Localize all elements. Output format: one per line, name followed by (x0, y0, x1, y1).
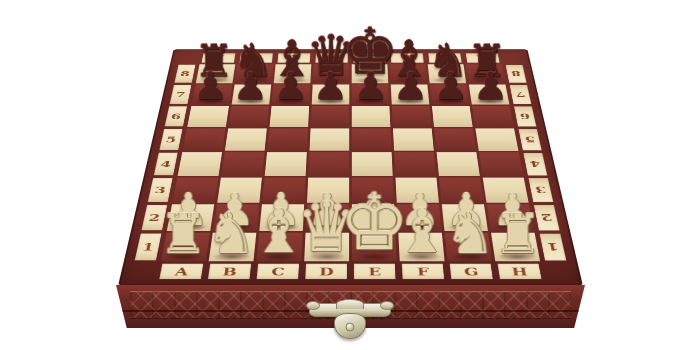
rank-label-left-7-text: 7 (170, 85, 192, 104)
square-b7[interactable]: ♟ (232, 85, 272, 105)
rank-label-left-4-text: 4 (154, 153, 178, 176)
rank-label-right-4-text: 4 (523, 153, 547, 176)
file-label-bottom-C: C (255, 263, 302, 280)
rank-label-right-4: 4 (521, 152, 549, 176)
square-b1[interactable]: ♞ (209, 233, 257, 261)
rank-label-left-4: 4 (152, 152, 180, 176)
square-h1[interactable]: ♜ (491, 233, 540, 261)
square-f6[interactable] (392, 106, 432, 127)
rank-label-left-5-text: 5 (159, 129, 182, 150)
white-knight-b1[interactable]: ♞ (206, 205, 257, 262)
black-pawn-f7[interactable]: ♟ (393, 67, 427, 105)
file-label-bottom-F: F (400, 263, 447, 280)
black-pawn-a7[interactable]: ♟ (193, 67, 227, 105)
square-e1[interactable]: ♚ (352, 233, 397, 261)
black-pawn-c7[interactable]: ♟ (273, 67, 307, 105)
square-d7[interactable]: ♟ (312, 85, 350, 105)
board-corner (543, 263, 572, 280)
square-f4[interactable] (394, 152, 436, 176)
square-a7[interactable]: ♟ (192, 85, 233, 105)
file-label-bottom-E-text: E (354, 264, 396, 280)
file-label-bottom-B-text: B (208, 264, 251, 280)
white-rook-h1[interactable]: ♜ (493, 207, 542, 262)
square-g4[interactable] (437, 152, 480, 176)
square-h7[interactable]: ♟ (469, 85, 510, 105)
black-pawn-h7[interactable]: ♟ (473, 67, 507, 105)
rank-label-right-1-text: 1 (539, 233, 566, 260)
rank-label-right-7: 7 (508, 85, 533, 105)
square-e5[interactable] (352, 128, 392, 150)
file-label-bottom-H: H (496, 263, 544, 280)
square-f7[interactable]: ♟ (391, 85, 430, 105)
square-d4[interactable] (308, 152, 349, 176)
square-g6[interactable] (432, 106, 473, 127)
rank-label-right-6: 6 (512, 106, 538, 127)
square-f5[interactable] (393, 128, 434, 150)
square-b6[interactable] (228, 106, 269, 127)
rank-label-left-7: 7 (168, 85, 193, 105)
file-label-bottom-H-text: H (498, 264, 542, 280)
file-label-bottom-A-text: A (159, 264, 203, 280)
chess-board: ABCDEFGH8♜♞♝♛♚♝♞♜87♟♟♟♟♟♟♟♟7665544332♟♟♟… (118, 49, 583, 286)
rank-label-left-1-text: 1 (135, 233, 162, 260)
square-c7[interactable]: ♟ (272, 85, 311, 105)
file-label-bottom-D-text: D (305, 264, 347, 280)
rank-label-left-6: 6 (163, 106, 189, 127)
black-pawn-g7[interactable]: ♟ (433, 67, 467, 105)
file-label-bottom-B: B (206, 263, 253, 280)
square-g7[interactable]: ♟ (430, 85, 470, 105)
rank-label-right-6-text: 6 (514, 106, 537, 126)
black-pawn-e7[interactable]: ♟ (353, 67, 387, 105)
black-pawn-b7[interactable]: ♟ (233, 67, 267, 105)
clasp-arch (336, 299, 364, 309)
file-label-bottom-A: A (157, 263, 205, 280)
white-rook-a1[interactable]: ♜ (159, 207, 208, 262)
square-a1[interactable]: ♜ (161, 233, 210, 261)
square-h4[interactable] (479, 152, 523, 176)
square-c5[interactable] (267, 128, 308, 150)
square-g1[interactable]: ♞ (445, 233, 493, 261)
square-f1[interactable]: ♝ (398, 233, 444, 261)
file-label-bottom-C-text: C (257, 264, 300, 280)
file-label-bottom-D: D (303, 263, 349, 280)
chess-set-photo: ABCDEFGH8♜♞♝♛♚♝♞♜87♟♟♟♟♟♟♟♟7665544332♟♟♟… (0, 0, 700, 350)
square-e7[interactable]: ♟ (352, 85, 390, 105)
square-a4[interactable] (178, 152, 222, 176)
square-h6[interactable] (472, 106, 514, 127)
square-e6[interactable] (352, 106, 391, 127)
square-a5[interactable] (183, 128, 226, 150)
square-b5[interactable] (225, 128, 267, 150)
rank-label-left-6-text: 6 (165, 106, 188, 126)
rank-label-left-5: 5 (158, 128, 185, 150)
square-e4[interactable] (352, 152, 393, 176)
rank-label-right-7-text: 7 (510, 85, 532, 104)
white-bishop-f1[interactable]: ♝ (395, 201, 449, 261)
clasp-latch (334, 313, 366, 339)
rank-label-right-8-text: 8 (505, 65, 526, 83)
square-a6[interactable] (187, 106, 229, 127)
square-h5[interactable] (475, 128, 518, 150)
square-c6[interactable] (269, 106, 309, 127)
square-d6[interactable] (311, 106, 350, 127)
square-d5[interactable] (309, 128, 349, 150)
file-label-bottom-F-text: F (402, 264, 445, 280)
file-label-bottom-G: G (448, 263, 495, 280)
white-knight-g1[interactable]: ♞ (445, 205, 496, 262)
rank-label-right-5-text: 5 (518, 129, 541, 150)
black-pawn-d7[interactable]: ♟ (313, 67, 347, 105)
board-corner (128, 263, 157, 280)
file-label-bottom-E: E (352, 263, 398, 280)
file-label-bottom-G-text: G (450, 264, 493, 280)
square-g5[interactable] (434, 128, 476, 150)
square-c4[interactable] (265, 152, 307, 176)
rank-label-right-5: 5 (517, 128, 544, 150)
square-b4[interactable] (221, 152, 264, 176)
